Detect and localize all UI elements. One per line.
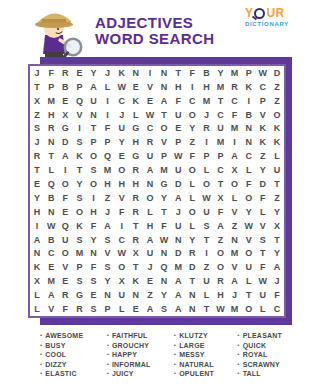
grid-cell[interactable]: E	[58, 274, 72, 288]
grid-cell[interactable]: S	[72, 191, 86, 205]
grid-cell[interactable]: N	[30, 247, 44, 261]
grid-cell[interactable]: T	[129, 260, 143, 274]
grid-cell[interactable]: Y	[270, 205, 284, 219]
grid-cell[interactable]: I	[115, 219, 129, 233]
grid-cell[interactable]: X	[115, 274, 129, 288]
grid-cell[interactable]: R	[58, 288, 72, 302]
grid-cell[interactable]: N	[185, 288, 199, 302]
grid-cell[interactable]: L	[44, 163, 58, 177]
grid-cell[interactable]: I	[199, 135, 213, 149]
grid-cell[interactable]: J	[199, 108, 213, 122]
grid-cell[interactable]: S	[157, 302, 171, 316]
grid-cell[interactable]: O	[115, 163, 129, 177]
grid-cell[interactable]: C	[185, 94, 199, 108]
grid-cell[interactable]: M	[171, 260, 185, 274]
grid-cell[interactable]: G	[72, 288, 86, 302]
grid-cell[interactable]: Y	[242, 205, 256, 219]
grid-cell[interactable]: U	[171, 219, 185, 233]
grid-cell[interactable]: V	[242, 233, 256, 247]
grid-cell[interactable]: U	[242, 260, 256, 274]
grid-cell[interactable]: V	[143, 80, 157, 94]
grid-cell[interactable]: L	[256, 302, 270, 316]
grid-cell[interactable]: M	[228, 302, 242, 316]
grid-cell[interactable]: A	[213, 219, 227, 233]
grid-cell[interactable]: L	[143, 205, 157, 219]
grid-cell[interactable]: T	[30, 163, 44, 177]
grid-cell[interactable]: C	[270, 302, 284, 316]
grid-cell[interactable]: N	[129, 288, 143, 302]
grid-cell[interactable]: X	[129, 247, 143, 261]
grid-cell[interactable]: C	[213, 163, 227, 177]
grid-cell[interactable]: S	[199, 219, 213, 233]
grid-cell[interactable]: L	[199, 163, 213, 177]
grid-cell[interactable]: L	[185, 191, 199, 205]
grid-cell[interactable]: C	[143, 122, 157, 136]
grid-cell[interactable]: P	[256, 94, 270, 108]
grid-cell[interactable]: W	[242, 219, 256, 233]
grid-cell[interactable]: Y	[270, 247, 284, 261]
grid-cell[interactable]: A	[86, 80, 100, 94]
grid-cell[interactable]: I	[143, 66, 157, 80]
grid-cell[interactable]: Z	[256, 149, 270, 163]
grid-cell[interactable]: V	[58, 260, 72, 274]
grid-cell[interactable]: F	[115, 205, 129, 219]
grid-cell[interactable]: F	[256, 191, 270, 205]
grid-cell[interactable]: Q	[72, 94, 86, 108]
grid-cell[interactable]: T	[185, 274, 199, 288]
grid-cell[interactable]: G	[129, 122, 143, 136]
grid-cell[interactable]: J	[30, 66, 44, 80]
grid-cell[interactable]: N	[228, 233, 242, 247]
grid-cell[interactable]: N	[157, 66, 171, 80]
grid-cell[interactable]: E	[115, 149, 129, 163]
grid-cell[interactable]: U	[256, 288, 270, 302]
grid-cell[interactable]: N	[242, 135, 256, 149]
grid-cell[interactable]: N	[242, 122, 256, 136]
grid-cell[interactable]: W	[44, 219, 58, 233]
grid-cell[interactable]: P	[242, 66, 256, 80]
grid-cell[interactable]: C	[115, 233, 129, 247]
grid-cell[interactable]: W	[157, 233, 171, 247]
grid-cell[interactable]: T	[199, 233, 213, 247]
grid-cell[interactable]: P	[171, 135, 185, 149]
grid-cell[interactable]: R	[44, 122, 58, 136]
grid-cell[interactable]: U	[115, 122, 129, 136]
grid-cell[interactable]: A	[143, 302, 157, 316]
grid-cell[interactable]: C	[256, 80, 270, 94]
grid-cell[interactable]: J	[115, 108, 129, 122]
grid-cell[interactable]: F	[242, 177, 256, 191]
grid-cell[interactable]: Y	[157, 288, 171, 302]
grid-cell[interactable]: O	[143, 191, 157, 205]
grid-cell[interactable]: D	[171, 177, 185, 191]
grid-cell[interactable]: M	[157, 163, 171, 177]
grid-cell[interactable]: S	[86, 274, 100, 288]
grid-cell[interactable]: A	[44, 288, 58, 302]
grid-cell[interactable]: T	[86, 122, 100, 136]
grid-cell[interactable]: Z	[143, 288, 157, 302]
grid-cell[interactable]: V	[228, 205, 242, 219]
grid-cell[interactable]: T	[72, 163, 86, 177]
grid-cell[interactable]: M	[228, 66, 242, 80]
grid-cell[interactable]: K	[270, 122, 284, 136]
grid-cell[interactable]: A	[143, 163, 157, 177]
grid-cell[interactable]: Y	[185, 122, 199, 136]
grid-cell[interactable]: F	[101, 122, 115, 136]
grid-cell[interactable]: N	[143, 177, 157, 191]
grid-cell[interactable]: V	[256, 219, 270, 233]
grid-cell[interactable]: H	[129, 135, 143, 149]
grid-cell[interactable]: O	[213, 260, 227, 274]
grid-cell[interactable]: Y	[86, 233, 100, 247]
grid-cell[interactable]: J	[270, 274, 284, 288]
grid-cell[interactable]: D	[171, 247, 185, 261]
grid-cell[interactable]: H	[115, 177, 129, 191]
grid-cell[interactable]: K	[242, 80, 256, 94]
grid-cell[interactable]: O	[228, 177, 242, 191]
grid-cell[interactable]: O	[86, 177, 100, 191]
grid-cell[interactable]: H	[30, 205, 44, 219]
grid-cell[interactable]: T	[44, 149, 58, 163]
grid-cell[interactable]: R	[129, 191, 143, 205]
grid-cell[interactable]: S	[86, 163, 100, 177]
grid-cell[interactable]: F	[228, 108, 242, 122]
grid-cell[interactable]: H	[171, 80, 185, 94]
grid-cell[interactable]: E	[58, 94, 72, 108]
grid-cell[interactable]: D	[185, 260, 199, 274]
grid-cell[interactable]: X	[30, 94, 44, 108]
grid-cell[interactable]: M	[228, 122, 242, 136]
grid-cell[interactable]: Q	[157, 260, 171, 274]
grid-cell[interactable]: O	[58, 177, 72, 191]
grid-cell[interactable]: V	[72, 108, 86, 122]
grid-cell[interactable]: O	[185, 163, 199, 177]
grid-cell[interactable]: I	[199, 247, 213, 261]
grid-cell[interactable]: E	[86, 288, 100, 302]
grid-cell[interactable]: A	[58, 149, 72, 163]
grid-cell[interactable]: N	[185, 302, 199, 316]
grid-cell[interactable]: N	[157, 80, 171, 94]
grid-cell[interactable]: F	[157, 219, 171, 233]
grid-cell[interactable]: W	[256, 66, 270, 80]
grid-cell[interactable]: T	[157, 205, 171, 219]
grid-cell[interactable]: M	[228, 247, 242, 261]
grid-cell[interactable]: I	[242, 94, 256, 108]
grid-cell[interactable]: R	[129, 205, 143, 219]
grid-cell[interactable]: E	[44, 260, 58, 274]
grid-cell[interactable]: Y	[185, 233, 199, 247]
grid-cell[interactable]: K	[256, 122, 270, 136]
grid-cell[interactable]: T	[30, 80, 44, 94]
grid-cell[interactable]: Y	[86, 66, 100, 80]
grid-cell[interactable]: O	[115, 260, 129, 274]
grid-cell[interactable]: M	[44, 274, 58, 288]
grid-cell[interactable]: G	[58, 122, 72, 136]
grid-cell[interactable]: Z	[101, 191, 115, 205]
grid-cell[interactable]: A	[171, 191, 185, 205]
grid-cell[interactable]: S	[256, 233, 270, 247]
grid-cell[interactable]: U	[143, 247, 157, 261]
grid-cell[interactable]: J	[101, 205, 115, 219]
grid-cell[interactable]: X	[30, 274, 44, 288]
grid-cell[interactable]: C	[213, 108, 227, 122]
grid-cell[interactable]: K	[256, 135, 270, 149]
grid-cell[interactable]: E	[30, 177, 44, 191]
grid-cell[interactable]: F	[185, 149, 199, 163]
grid-cell[interactable]: S	[30, 122, 44, 136]
grid-cell[interactable]: C	[44, 247, 58, 261]
grid-cell[interactable]: S	[101, 260, 115, 274]
grid-cell[interactable]: W	[115, 80, 129, 94]
grid-cell[interactable]: T	[213, 177, 227, 191]
grid-cell[interactable]: P	[101, 302, 115, 316]
grid-cell[interactable]: P	[157, 149, 171, 163]
grid-cell[interactable]: M	[213, 80, 227, 94]
grid-cell[interactable]: E	[143, 94, 157, 108]
grid-cell[interactable]: W	[143, 108, 157, 122]
grid-cell[interactable]: E	[129, 302, 143, 316]
grid-cell[interactable]: D	[256, 177, 270, 191]
grid-cell[interactable]: H	[44, 108, 58, 122]
grid-cell[interactable]: I	[72, 122, 86, 136]
grid-cell[interactable]: F	[86, 260, 100, 274]
grid-cell[interactable]: T	[157, 108, 171, 122]
grid-cell[interactable]: C	[228, 94, 242, 108]
grid-cell[interactable]: F	[86, 219, 100, 233]
grid-cell[interactable]: F	[256, 260, 270, 274]
grid-cell[interactable]: Y	[157, 191, 171, 205]
grid-cell[interactable]: T	[256, 247, 270, 261]
grid-cell[interactable]: L	[30, 288, 44, 302]
grid-cell[interactable]: P	[44, 80, 58, 94]
grid-cell[interactable]: Y	[115, 135, 129, 149]
grid-cell[interactable]: N	[129, 66, 143, 80]
grid-cell[interactable]: L	[185, 177, 199, 191]
grid-cell[interactable]: O	[72, 205, 86, 219]
grid-cell[interactable]: B	[242, 108, 256, 122]
grid-cell[interactable]: O	[199, 177, 213, 191]
grid-cell[interactable]: R	[199, 122, 213, 136]
grid-cell[interactable]: E	[171, 122, 185, 136]
grid-cell[interactable]: R	[58, 66, 72, 80]
grid-cell[interactable]: J	[101, 66, 115, 80]
grid-cell[interactable]: S	[72, 274, 86, 288]
grid-cell[interactable]: M	[72, 247, 86, 261]
grid-cell[interactable]: U	[213, 122, 227, 136]
grid-cell[interactable]: U	[171, 108, 185, 122]
grid-cell[interactable]: N	[86, 108, 100, 122]
grid-cell[interactable]: C	[242, 149, 256, 163]
grid-cell[interactable]: L	[129, 108, 143, 122]
grid-cell[interactable]: K	[72, 219, 86, 233]
grid-cell[interactable]: Y	[256, 163, 270, 177]
grid-cell[interactable]: G	[129, 149, 143, 163]
grid-cell[interactable]: R	[213, 274, 227, 288]
grid-cell[interactable]: V	[256, 108, 270, 122]
grid-cell[interactable]: I	[228, 135, 242, 149]
grid-cell[interactable]: J	[171, 205, 185, 219]
grid-cell[interactable]: N	[44, 135, 58, 149]
grid-cell[interactable]: L	[242, 274, 256, 288]
grid-cell[interactable]: U	[86, 94, 100, 108]
grid-cell[interactable]: N	[157, 247, 171, 261]
grid-cell[interactable]: I	[185, 80, 199, 94]
grid-cell[interactable]: X	[213, 191, 227, 205]
grid-cell[interactable]: L	[101, 80, 115, 94]
grid-cell[interactable]: T	[242, 288, 256, 302]
grid-cell[interactable]: E	[72, 66, 86, 80]
grid-cell[interactable]: T	[270, 177, 284, 191]
grid-cell[interactable]: A	[143, 233, 157, 247]
grid-cell[interactable]: L	[115, 302, 129, 316]
grid-cell[interactable]: L	[228, 191, 242, 205]
grid-cell[interactable]: W	[213, 302, 227, 316]
grid-cell[interactable]: S	[72, 233, 86, 247]
grid-cell[interactable]: B	[199, 66, 213, 80]
grid-cell[interactable]: P	[199, 149, 213, 163]
grid-cell[interactable]: K	[72, 149, 86, 163]
grid-cell[interactable]: L	[256, 205, 270, 219]
grid-cell[interactable]: Q	[44, 177, 58, 191]
grid-cell[interactable]: O	[157, 122, 171, 136]
grid-cell[interactable]: A	[30, 233, 44, 247]
grid-cell[interactable]: U	[115, 288, 129, 302]
grid-cell[interactable]: V	[228, 260, 242, 274]
grid-cell[interactable]: P	[101, 135, 115, 149]
grid-cell[interactable]: Z	[270, 80, 284, 94]
grid-cell[interactable]: F	[270, 288, 284, 302]
grid-cell[interactable]: N	[157, 274, 171, 288]
grid-cell[interactable]: X	[58, 108, 72, 122]
grid-cell[interactable]: I	[58, 163, 72, 177]
grid-cell[interactable]: J	[228, 288, 242, 302]
grid-cell[interactable]: A	[157, 94, 171, 108]
grid-cell[interactable]: I	[101, 94, 115, 108]
grid-cell[interactable]: V	[157, 135, 171, 149]
grid-cell[interactable]: B	[44, 191, 58, 205]
grid-cell[interactable]: Z	[270, 191, 284, 205]
grid-cell[interactable]: H	[86, 205, 100, 219]
grid-cell[interactable]: L	[242, 163, 256, 177]
grid-cell[interactable]: S	[101, 233, 115, 247]
grid-cell[interactable]: F	[171, 94, 185, 108]
grid-cell[interactable]: Z	[270, 94, 284, 108]
grid-cell[interactable]: F	[185, 66, 199, 80]
grid-cell[interactable]: W	[256, 274, 270, 288]
grid-cell[interactable]: A	[228, 149, 242, 163]
grid-cell[interactable]: T	[199, 302, 213, 316]
grid-cell[interactable]: R	[129, 233, 143, 247]
grid-cell[interactable]: V	[115, 191, 129, 205]
grid-cell[interactable]: L	[270, 149, 284, 163]
grid-cell[interactable]: L	[185, 219, 199, 233]
grid-cell[interactable]: R	[129, 163, 143, 177]
grid-cell[interactable]: V	[101, 247, 115, 261]
grid-cell[interactable]: L	[30, 302, 44, 316]
grid-cell[interactable]: P	[72, 260, 86, 274]
grid-cell[interactable]: A	[101, 219, 115, 233]
grid-cell[interactable]: I	[30, 219, 44, 233]
grid-cell[interactable]: N	[101, 288, 115, 302]
grid-cell[interactable]: C	[115, 94, 129, 108]
grid-cell[interactable]: W	[115, 247, 129, 261]
grid-cell[interactable]: M	[213, 135, 227, 149]
grid-cell[interactable]: Y	[72, 177, 86, 191]
grid-cell[interactable]: O	[58, 247, 72, 261]
grid-cell[interactable]: G	[157, 177, 171, 191]
grid-cell[interactable]: L	[199, 288, 213, 302]
grid-cell[interactable]: O	[185, 108, 199, 122]
grid-cell[interactable]: V	[44, 302, 58, 316]
grid-cell[interactable]: E	[129, 80, 143, 94]
grid-cell[interactable]: M	[44, 94, 58, 108]
grid-cell[interactable]: N	[44, 205, 58, 219]
grid-cell[interactable]: X	[270, 219, 284, 233]
grid-cell[interactable]: A	[270, 260, 284, 274]
grid-cell[interactable]: H	[129, 177, 143, 191]
grid-cell[interactable]: W	[199, 191, 213, 205]
grid-cell[interactable]: H	[143, 219, 157, 233]
grid-cell[interactable]: U	[143, 149, 157, 163]
grid-cell[interactable]: Y	[213, 66, 227, 80]
grid-cell[interactable]: P	[72, 80, 86, 94]
grid-cell[interactable]: O	[242, 247, 256, 261]
grid-cell[interactable]: U	[171, 163, 185, 177]
grid-cell[interactable]: F	[44, 66, 58, 80]
grid-cell[interactable]: U	[58, 233, 72, 247]
grid-cell[interactable]: O	[213, 247, 227, 261]
grid-cell[interactable]: U	[270, 163, 284, 177]
grid-cell[interactable]: J	[143, 260, 157, 274]
grid-cell[interactable]: O	[242, 302, 256, 316]
grid-cell[interactable]: R	[30, 149, 44, 163]
grid-cell[interactable]: T	[129, 219, 143, 233]
grid-cell[interactable]: O	[86, 149, 100, 163]
grid-cell[interactable]: K	[129, 94, 143, 108]
grid-cell[interactable]: U	[199, 205, 213, 219]
grid-cell[interactable]: X	[228, 163, 242, 177]
grid-cell[interactable]: T	[171, 66, 185, 80]
grid-cell[interactable]: E	[143, 274, 157, 288]
grid-cell[interactable]: A	[171, 302, 185, 316]
grid-cell[interactable]: B	[58, 80, 72, 94]
grid-cell[interactable]: T	[270, 233, 284, 247]
grid-cell[interactable]: K	[270, 135, 284, 149]
grid-cell[interactable]: T	[213, 94, 227, 108]
grid-cell[interactable]: Y	[30, 191, 44, 205]
grid-cell[interactable]: B	[44, 233, 58, 247]
grid-cell[interactable]: K	[30, 260, 44, 274]
grid-cell[interactable]: K	[115, 66, 129, 80]
grid-cell[interactable]: Y	[101, 274, 115, 288]
grid-cell[interactable]: H	[213, 288, 227, 302]
grid-cell[interactable]: I	[86, 191, 100, 205]
grid-cell[interactable]: S	[72, 135, 86, 149]
grid-cell[interactable]: Q	[58, 219, 72, 233]
grid-cell[interactable]: M	[199, 94, 213, 108]
grid-cell[interactable]: M	[101, 163, 115, 177]
grid-cell[interactable]: A	[228, 274, 242, 288]
grid-cell[interactable]: Z	[30, 108, 44, 122]
grid-cell[interactable]: K	[129, 274, 143, 288]
grid-cell[interactable]: N	[171, 233, 185, 247]
grid-cell[interactable]: F	[58, 191, 72, 205]
grid-cell[interactable]: U	[199, 274, 213, 288]
grid-cell[interactable]: Z	[199, 260, 213, 274]
grid-cell[interactable]: P	[213, 149, 227, 163]
grid-cell[interactable]: R	[185, 247, 199, 261]
grid-cell[interactable]: A	[171, 274, 185, 288]
